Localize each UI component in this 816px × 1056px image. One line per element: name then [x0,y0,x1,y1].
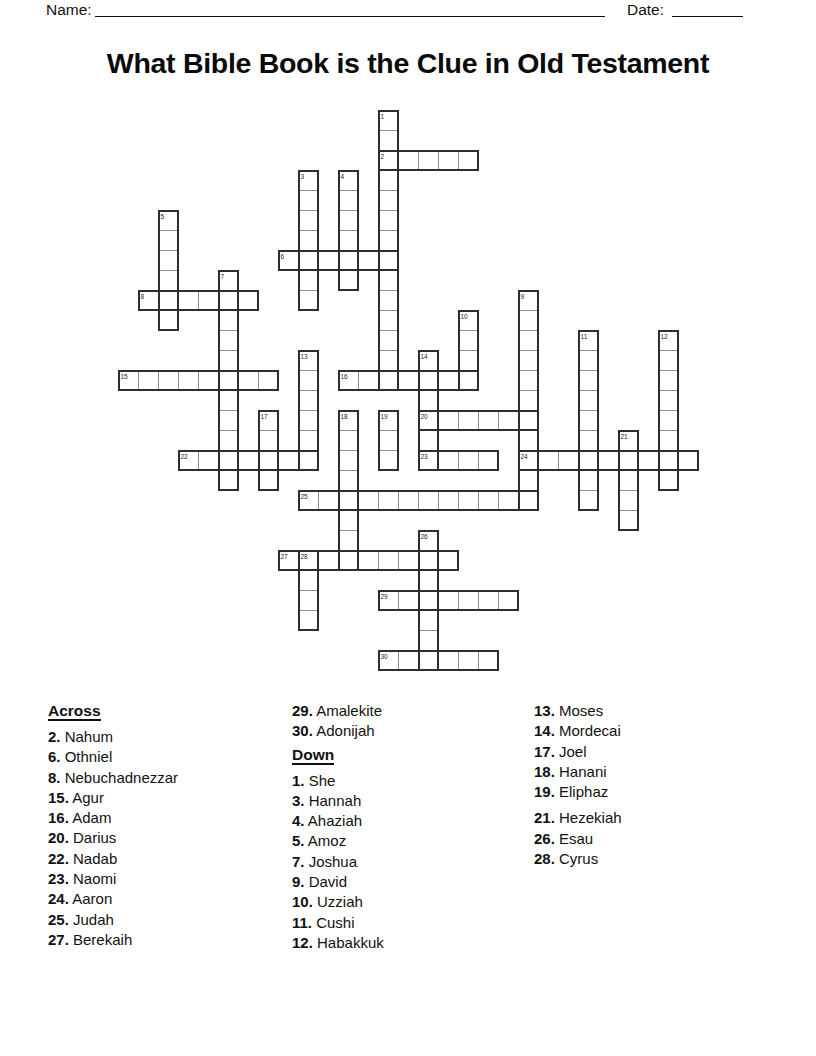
clue-item-number: 2. [48,728,61,745]
clue-item-11: 11. Cushi [292,913,532,933]
grid-cell[interactable] [298,350,319,371]
clue-item-text: Nahum [61,728,114,745]
grid-cell[interactable] [158,250,179,271]
grid-cell[interactable] [298,550,319,571]
clue-item-text: David [305,873,348,890]
grid-cell[interactable] [518,410,539,431]
grid-cell[interactable] [358,370,379,391]
grid-cell[interactable] [418,390,439,411]
grid-cell[interactable] [218,350,239,371]
name-input-line[interactable] [95,1,605,17]
grid-cell[interactable] [298,390,319,411]
grid-cell[interactable] [358,550,379,571]
clue-item-text: Amalekite [313,702,382,719]
grid-cell[interactable] [338,490,359,511]
grid-cell[interactable] [438,590,459,611]
clue-item-15: 15. Agur [48,788,288,808]
grid-cell[interactable] [378,310,399,331]
grid-cell[interactable] [338,510,359,531]
name-label: Name: [46,0,92,20]
grid-cell[interactable] [498,410,519,431]
grid-cell[interactable] [298,210,319,231]
clue-item-text: Joshua [305,853,358,870]
grid-cell[interactable] [578,450,599,471]
grid-cell[interactable] [398,550,419,571]
grid-cell[interactable] [418,650,439,671]
grid-cell[interactable] [458,350,479,371]
clue-item-29: 29. Amalekite [292,701,532,721]
clue-item-text: Berekaih [69,931,132,948]
grid-cell[interactable] [658,410,679,431]
clue-item-19: 19. Eliphaz [534,782,774,802]
grid-cell[interactable] [418,490,439,511]
clue-item-number: 29. [292,702,313,719]
grid-cell[interactable] [638,450,659,471]
grid-cell[interactable] [378,270,399,291]
grid-cell[interactable] [378,190,399,211]
grid-cell[interactable] [198,450,219,471]
grid-cell[interactable] [498,590,519,611]
grid-cell[interactable] [358,490,379,511]
grid-cell[interactable] [518,470,539,491]
grid-cell[interactable] [258,410,279,431]
clue-item-25: 25. Judah [48,910,288,930]
grid-cell[interactable] [378,410,399,431]
grid-cell[interactable] [218,310,239,331]
grid-cell[interactable] [338,230,359,251]
grid-cell[interactable] [218,390,239,411]
clue-item-number: 25. [48,911,69,928]
clue-item-number: 27. [48,931,69,948]
grid-cell[interactable] [478,450,499,471]
clue-item-23: 23. Naomi [48,869,288,889]
clue-item-text: Nadab [69,850,117,867]
grid-cell[interactable] [378,130,399,151]
grid-cell[interactable] [338,550,359,571]
clue-item-text: Habakkuk [313,934,384,951]
clue-item-number: 30. [292,722,313,739]
grid-cell[interactable] [438,370,459,391]
clue-item-26: 26. Esau [534,829,774,849]
clue-item-number: 10. [292,893,313,910]
clue-item-number: 16. [48,809,69,826]
grid-cell[interactable] [518,370,539,391]
grid-cell[interactable] [578,390,599,411]
grid-cell[interactable] [578,370,599,391]
clue-item-number: 9. [292,873,305,890]
grid-cell[interactable] [418,350,439,371]
grid-cell[interactable] [658,450,679,471]
grid-cell[interactable] [158,210,179,231]
clue-item-6: 6. Othniel [48,747,288,767]
grid-cell[interactable] [338,190,359,211]
grid-cell[interactable] [378,370,399,391]
grid-cell[interactable] [238,370,259,391]
grid-cell[interactable] [578,470,599,491]
clue-item-8: 8. Nebuchadnezzar [48,768,288,788]
clue-item-12: 12. Habakkuk [292,933,532,953]
grid-cell[interactable] [478,590,499,611]
grid-cell[interactable] [298,430,319,451]
clue-item-text: Adonijah [313,722,375,739]
clue-item-number: 12. [292,934,313,951]
grid-cell[interactable] [578,410,599,431]
clue-item-text: Amoz [305,832,347,849]
grid-cell[interactable] [498,490,519,511]
grid-cell[interactable] [218,470,239,491]
clue-item-text: Hanani [555,763,607,780]
date-input-line[interactable] [672,1,743,17]
grid-cell[interactable] [118,370,139,391]
grid-cell[interactable] [378,210,399,231]
grid-cell[interactable] [158,290,179,311]
clue-item-text: Hannah [305,792,362,809]
grid-cell[interactable] [298,170,319,191]
clue-item-number: 17. [534,743,555,760]
grid-cell[interactable] [458,150,479,171]
clue-item-text: Ahaziah [305,812,363,829]
grid-cell[interactable] [258,370,279,391]
grid-cell[interactable] [378,250,399,271]
grid-cell[interactable] [438,650,459,671]
clue-item-number: 8. [48,769,61,786]
clue-item-text: Darius [69,829,117,846]
clue-item-1: 1. She [292,771,532,791]
clue-item-22: 22. Nadab [48,849,288,869]
grid-cell[interactable] [418,370,439,391]
clues-column-across: Across2. Nahum6. Othniel8. Nebuchadnezza… [48,701,288,950]
down-heading-text: Down [292,746,334,765]
grid-cell[interactable] [158,230,179,251]
grid-cell[interactable] [298,450,319,471]
clue-item-number: 1. [292,772,305,789]
grid-cell[interactable] [418,150,439,171]
grid-cell[interactable] [618,490,639,511]
clue-item-number: 20. [48,829,69,846]
grid-cell[interactable] [338,530,359,551]
grid-cell[interactable] [398,490,419,511]
grid-cell[interactable] [378,650,399,671]
crossword-worksheet: { "game": "crossword (empty worksheet gr… [0,0,816,1056]
clue-item-number: 5. [292,832,305,849]
grid-cell[interactable] [378,330,399,351]
clue-item-text: Mordecai [555,722,621,739]
clue-item-10: 10. Uzziah [292,892,532,912]
grid-cell[interactable] [298,190,319,211]
clue-item-number: 6. [48,748,61,765]
clue-item-number: 18. [534,763,555,780]
grid-cell[interactable] [298,370,319,391]
clue-item-number: 14. [534,722,555,739]
grid-cell[interactable] [138,370,159,391]
clue-item-text: Nebuchadnezzar [61,769,179,786]
grid-cell[interactable] [278,550,299,571]
grid-cell[interactable] [338,250,359,271]
grid-cell[interactable] [418,570,439,591]
grid-cell[interactable] [338,170,359,191]
grid-cell[interactable] [318,490,339,511]
grid-cell[interactable] [338,210,359,231]
grid-cell[interactable] [338,450,359,471]
clue-item-13: 13. Moses [534,701,774,721]
clue-item-number: 11. [292,914,312,931]
clue-item-2: 2. Nahum [48,727,288,747]
clue-item-21: 21. Hezekiah [534,808,774,828]
grid-cell[interactable] [518,330,539,351]
grid-cell[interactable] [218,370,239,391]
grid-cell[interactable] [198,290,219,311]
clue-item-17: 17. Joel [534,742,774,762]
grid-cell[interactable] [298,590,319,611]
clue-item-4: 4. Ahaziah [292,811,532,831]
grid-cell[interactable] [338,370,359,391]
grid-cell[interactable] [398,590,419,611]
clue-item-text: Othniel [61,748,113,765]
grid-cell[interactable] [378,450,399,471]
grid-cell[interactable] [178,290,199,311]
clue-item-number: 22. [48,850,69,867]
clue-item-number: 19. [534,783,555,800]
grid-cell[interactable] [478,490,499,511]
grid-cell[interactable] [478,410,499,431]
grid-cell[interactable] [338,430,359,451]
grid-cell[interactable] [618,450,639,471]
grid-cell[interactable] [438,490,459,511]
grid-cell[interactable] [238,450,259,471]
grid-cell[interactable] [658,370,679,391]
grid-cell[interactable] [518,290,539,311]
grid-cell[interactable] [298,230,319,251]
grid-cell[interactable] [158,370,179,391]
clue-item-text: Naomi [69,870,117,887]
clue-item-text: Moses [555,702,603,719]
grid-cell[interactable] [278,250,299,271]
grid-cell[interactable] [658,470,679,491]
grid-cell[interactable] [438,150,459,171]
grid-cell[interactable] [238,290,259,311]
down-heading: Down [292,745,532,771]
grid-cell[interactable] [318,250,339,271]
grid-cell[interactable] [458,490,479,511]
grid-cell[interactable] [458,330,479,351]
clue-item-text: Uzziah [313,893,363,910]
grid-cell[interactable] [198,370,219,391]
clue-item-text: Eliphaz [555,783,608,800]
clues-column-right: 13. Moses14. Mordecai17. Joel18. Hanani1… [534,701,774,869]
grid-cell[interactable] [378,590,399,611]
clue-item-text: Cushi [312,914,355,931]
grid-cell[interactable] [298,410,319,431]
crossword-grid: 1234567891011121314151617181920212223242… [118,110,699,671]
grid-cell[interactable] [438,450,459,471]
grid-cell[interactable] [658,330,679,351]
clue-item-text: Joel [555,743,587,760]
grid-cell[interactable] [558,450,579,471]
grid-cell[interactable] [378,430,399,451]
clue-item-number: 4. [292,812,305,829]
grid-cell[interactable] [458,450,479,471]
clues-column-middle: 29. Amalekite30. AdonijahDown1. She3. Ha… [292,701,532,953]
clue-item-text: Agur [69,789,104,806]
grid-cell[interactable] [398,370,419,391]
grid-cell[interactable] [258,430,279,451]
clue-item-text: Hezekiah [555,809,622,826]
grid-cell[interactable] [418,590,439,611]
grid-cell[interactable] [578,430,599,451]
grid-cell[interactable] [418,610,439,631]
grid-cell[interactable] [378,290,399,311]
clue-item-text: Esau [555,830,593,847]
clue-item-20: 20. Darius [48,828,288,848]
grid-cell[interactable] [178,370,199,391]
grid-cell[interactable] [518,390,539,411]
clue-item-7: 7. Joshua [292,852,532,872]
grid-cell[interactable] [538,450,559,471]
grid-cell[interactable] [398,650,419,671]
grid-cell[interactable] [458,370,479,391]
grid-cell[interactable] [378,150,399,171]
clue-item-number: 26. [534,830,555,847]
grid-cell[interactable] [258,470,279,491]
grid-cell[interactable] [418,550,439,571]
grid-cell[interactable] [378,490,399,511]
grid-cell[interactable] [318,550,339,571]
grid-cell[interactable] [278,450,299,471]
grid-cell[interactable] [518,490,539,511]
across-heading-text: Across [48,702,101,721]
grid-cell[interactable] [358,250,379,271]
grid-cell[interactable] [458,310,479,331]
grid-cell[interactable] [438,410,459,431]
grid-cell[interactable] [418,430,439,451]
clue-item-3: 3. Hannah [292,791,532,811]
grid-cell[interactable] [578,350,599,371]
page-title: What Bible Book is the Clue in Old Testa… [0,47,816,80]
grid-cell[interactable] [378,170,399,191]
grid-cell[interactable] [418,450,439,471]
grid-cell[interactable] [458,590,479,611]
grid-cell[interactable] [338,270,359,291]
grid-cell[interactable] [158,310,179,331]
grid-cell[interactable] [658,350,679,371]
grid-cell[interactable] [378,110,399,131]
clue-item-number: 28. [534,850,555,867]
grid-cell[interactable] [218,450,239,471]
grid-cell[interactable] [418,410,439,431]
grid-cell[interactable] [618,510,639,531]
clue-item-27: 27. Berekaih [48,930,288,950]
grid-cell[interactable] [438,550,459,571]
grid-cell[interactable] [298,290,319,311]
grid-cell[interactable] [158,270,179,291]
clue-item-14: 14. Mordecai [534,721,774,741]
clue-item-text: Aaron [69,890,112,907]
grid-cell[interactable] [418,530,439,551]
grid-cell[interactable] [378,350,399,371]
grid-cell[interactable] [598,450,619,471]
grid-cell[interactable] [298,490,319,511]
grid-cell[interactable] [578,490,599,511]
clue-item-number: 13. [534,702,555,719]
grid-cell[interactable] [298,610,319,631]
clue-item-9: 9. David [292,872,532,892]
clue-item-5: 5. Amoz [292,831,532,851]
grid-cell[interactable] [218,290,239,311]
grid-cell[interactable] [458,410,479,431]
grid-cell[interactable] [618,430,639,451]
across-heading: Across [48,701,288,727]
grid-cell[interactable] [418,630,439,651]
clue-item-text: Cyrus [555,850,598,867]
grid-cell[interactable] [518,350,539,371]
grid-cell[interactable] [458,650,479,671]
grid-cell[interactable] [178,450,199,471]
grid-cell[interactable] [478,650,499,671]
clue-item-text: She [305,772,336,789]
clue-item-28: 28. Cyrus [534,849,774,869]
grid-cell[interactable] [138,290,159,311]
grid-cell[interactable] [578,330,599,351]
grid-cell[interactable] [378,230,399,251]
grid-cell[interactable] [658,430,679,451]
date-label: Date: [627,0,664,20]
clue-item-number: 3. [292,792,305,809]
grid-cell[interactable] [518,430,539,451]
clue-item-24: 24. Aaron [48,889,288,909]
clue-item-18: 18. Hanani [534,762,774,782]
grid-cell[interactable] [218,430,239,451]
grid-cell[interactable] [298,270,319,291]
clue-item-number: 7. [292,853,305,870]
grid-cell[interactable] [298,250,319,271]
grid-cell[interactable] [658,390,679,411]
clue-item-number: 15. [48,789,69,806]
grid-cell[interactable] [258,450,279,471]
grid-cell[interactable] [398,150,419,171]
grid-cell[interactable] [338,470,359,491]
clue-item-number: 21. [534,809,555,826]
clue-item-number: 23. [48,870,69,887]
grid-cell[interactable] [518,310,539,331]
grid-cell[interactable] [218,270,239,291]
grid-cell[interactable] [378,550,399,571]
grid-cell[interactable] [338,410,359,431]
clue-item-16: 16. Adam [48,808,288,828]
grid-cell[interactable] [518,450,539,471]
clue-item-text: Adam [69,809,112,826]
grid-cell[interactable] [618,470,639,491]
grid-cell[interactable] [218,410,239,431]
clue-item-30: 30. Adonijah [292,721,532,741]
grid-cell[interactable] [298,570,319,591]
clue-item-number: 24. [48,890,69,907]
clue-item-text: Judah [69,911,114,928]
grid-cell[interactable] [218,330,239,351]
